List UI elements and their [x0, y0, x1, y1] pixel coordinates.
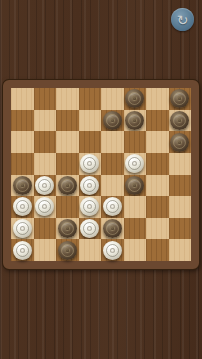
- square-r8c1[interactable]: [11, 239, 34, 261]
- square-r6c5[interactable]: [101, 196, 124, 218]
- square-r7c7[interactable]: [146, 218, 169, 240]
- square-r3c5[interactable]: [101, 131, 124, 153]
- square-r7c2[interactable]: [34, 218, 57, 240]
- square-r2c5[interactable]: [101, 110, 124, 132]
- square-r8c7[interactable]: [146, 239, 169, 261]
- square-r3c4[interactable]: [79, 131, 102, 153]
- dark-checker-piece[interactable]: [125, 176, 144, 195]
- square-r1c4[interactable]: [79, 88, 102, 110]
- square-r3c8[interactable]: [169, 131, 192, 153]
- square-r4c5[interactable]: [101, 153, 124, 175]
- white-checker-piece[interactable]: [125, 154, 144, 173]
- square-r1c5[interactable]: [101, 88, 124, 110]
- dark-checker-piece[interactable]: [103, 219, 122, 238]
- square-r7c6[interactable]: [124, 218, 147, 240]
- square-r7c3[interactable]: [56, 218, 79, 240]
- white-checker-piece[interactable]: [35, 197, 54, 216]
- square-r3c6[interactable]: [124, 131, 147, 153]
- square-r5c2[interactable]: [34, 175, 57, 197]
- white-checker-piece[interactable]: [80, 219, 99, 238]
- square-r3c1[interactable]: [11, 131, 34, 153]
- dark-checker-piece[interactable]: [170, 133, 189, 152]
- white-checker-piece[interactable]: [13, 197, 32, 216]
- square-r2c7[interactable]: [146, 110, 169, 132]
- square-r5c8[interactable]: [169, 175, 192, 197]
- square-r4c8[interactable]: [169, 153, 192, 175]
- square-r6c6[interactable]: [124, 196, 147, 218]
- white-checker-piece[interactable]: [103, 241, 122, 260]
- square-r6c8[interactable]: [169, 196, 192, 218]
- square-r4c2[interactable]: [34, 153, 57, 175]
- square-r5c6[interactable]: [124, 175, 147, 197]
- square-r8c8[interactable]: [169, 239, 192, 261]
- white-checker-piece[interactable]: [13, 219, 32, 238]
- square-r6c2[interactable]: [34, 196, 57, 218]
- square-r8c5[interactable]: [101, 239, 124, 261]
- square-r1c8[interactable]: [169, 88, 192, 110]
- square-r7c8[interactable]: [169, 218, 192, 240]
- dark-checker-piece[interactable]: [58, 176, 77, 195]
- square-r5c7[interactable]: [146, 175, 169, 197]
- white-checker-piece[interactable]: [35, 176, 54, 195]
- square-r1c6[interactable]: [124, 88, 147, 110]
- square-r6c4[interactable]: [79, 196, 102, 218]
- square-r7c5[interactable]: [101, 218, 124, 240]
- board-grid: [11, 88, 191, 261]
- square-r8c6[interactable]: [124, 239, 147, 261]
- square-r4c1[interactable]: [11, 153, 34, 175]
- square-r1c2[interactable]: [34, 88, 57, 110]
- square-r2c1[interactable]: [11, 110, 34, 132]
- restart-icon[interactable]: ↻: [171, 8, 194, 31]
- square-r8c4[interactable]: [79, 239, 102, 261]
- square-r8c3[interactable]: [56, 239, 79, 261]
- square-r6c3[interactable]: [56, 196, 79, 218]
- square-r4c4[interactable]: [79, 153, 102, 175]
- dark-checker-piece[interactable]: [58, 219, 77, 238]
- dark-checker-piece[interactable]: [170, 89, 189, 108]
- checkers-board: [3, 80, 199, 269]
- square-r5c1[interactable]: [11, 175, 34, 197]
- white-checker-piece[interactable]: [80, 197, 99, 216]
- square-r6c1[interactable]: [11, 196, 34, 218]
- dark-checker-piece[interactable]: [58, 241, 77, 260]
- square-r7c1[interactable]: [11, 218, 34, 240]
- square-r3c7[interactable]: [146, 131, 169, 153]
- square-r1c3[interactable]: [56, 88, 79, 110]
- square-r5c4[interactable]: [79, 175, 102, 197]
- dark-checker-piece[interactable]: [125, 111, 144, 130]
- dark-checker-piece[interactable]: [170, 111, 189, 130]
- square-r2c4[interactable]: [79, 110, 102, 132]
- white-checker-piece[interactable]: [103, 197, 122, 216]
- square-r2c2[interactable]: [34, 110, 57, 132]
- square-r3c2[interactable]: [34, 131, 57, 153]
- dark-checker-piece[interactable]: [125, 89, 144, 108]
- square-r5c5[interactable]: [101, 175, 124, 197]
- square-r2c8[interactable]: [169, 110, 192, 132]
- white-checker-piece[interactable]: [13, 241, 32, 260]
- square-r8c2[interactable]: [34, 239, 57, 261]
- square-r4c7[interactable]: [146, 153, 169, 175]
- square-r2c6[interactable]: [124, 110, 147, 132]
- square-r4c3[interactable]: [56, 153, 79, 175]
- dark-checker-piece[interactable]: [103, 111, 122, 130]
- square-r3c3[interactable]: [56, 131, 79, 153]
- square-r2c3[interactable]: [56, 110, 79, 132]
- white-checker-piece[interactable]: [80, 176, 99, 195]
- white-checker-piece[interactable]: [80, 154, 99, 173]
- square-r6c7[interactable]: [146, 196, 169, 218]
- square-r1c7[interactable]: [146, 88, 169, 110]
- square-r1c1[interactable]: [11, 88, 34, 110]
- game-screen: ↻: [0, 0, 202, 359]
- square-r4c6[interactable]: [124, 153, 147, 175]
- square-r5c3[interactable]: [56, 175, 79, 197]
- dark-checker-piece[interactable]: [13, 176, 32, 195]
- square-r7c4[interactable]: [79, 218, 102, 240]
